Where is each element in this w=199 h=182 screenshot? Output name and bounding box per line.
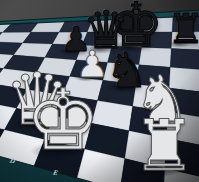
piece-black-rook-h7[interactable]: ♜ <box>168 9 199 50</box>
pieces-layer: ♜♚♛♟♟♞♞♛♚♜ <box>0 0 199 182</box>
chess-scene: DE ♜♚♛♟♟♞♞♛♚♜ <box>0 0 199 182</box>
piece-white-rook-h2[interactable]: ♜ <box>132 110 196 181</box>
piece-white-king-e2[interactable]: ♚ <box>25 78 100 162</box>
